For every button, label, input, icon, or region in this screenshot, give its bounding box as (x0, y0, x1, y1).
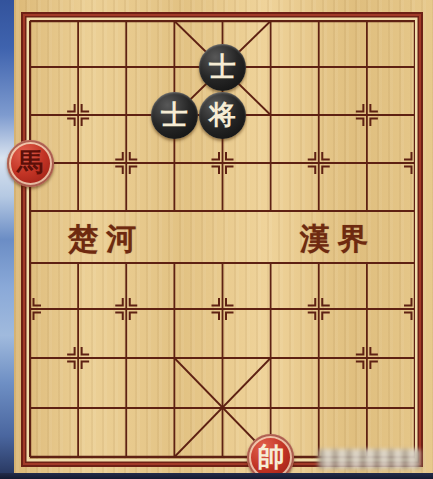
black-general-piece[interactable]: 将 (199, 92, 246, 139)
piece-glyph: 士 (161, 102, 188, 129)
piece-glyph: 士 (209, 54, 236, 81)
bottom-taskbar-strip (0, 473, 433, 479)
xiangqi-board[interactable]: 士士将馬帥 (6, 0, 433, 479)
black-advisor-left-piece[interactable]: 士 (151, 92, 198, 139)
red-horse-piece[interactable]: 馬 (7, 140, 54, 187)
black-advisor-center-piece[interactable]: 士 (199, 44, 246, 91)
piece-glyph: 馬 (17, 150, 43, 176)
piece-glyph: 将 (209, 102, 236, 129)
watermark-blur (318, 449, 421, 469)
xiangqi-app-window: 楚河 漢界 士士将馬帥 (0, 0, 433, 479)
piece-glyph: 帥 (257, 444, 284, 471)
